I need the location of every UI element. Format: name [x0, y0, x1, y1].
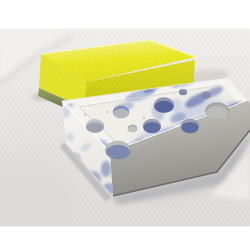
drainage-hole	[113, 109, 128, 119]
air-bubble-speck	[143, 117, 145, 119]
drainage-hole	[128, 126, 137, 132]
drainage-hole	[202, 93, 211, 99]
air-bubble-speck	[175, 86, 177, 88]
drainage-hole	[206, 106, 228, 120]
drainage-hole	[181, 122, 198, 133]
drainage-hole	[179, 90, 187, 95]
air-bubble-speck	[70, 104, 72, 106]
air-bubble-speck	[84, 114, 86, 116]
air-bubble-speck	[106, 111, 108, 113]
marble-patch	[101, 161, 111, 177]
bottom-white-band	[0, 227, 250, 250]
drainage-hole	[86, 122, 103, 132]
drainage-hole	[143, 122, 160, 133]
drainage-hole	[106, 145, 130, 159]
product-photo	[0, 0, 250, 250]
top-white-band	[0, 0, 250, 29]
marble-patch	[66, 133, 74, 141]
drainage-hole	[154, 101, 173, 113]
